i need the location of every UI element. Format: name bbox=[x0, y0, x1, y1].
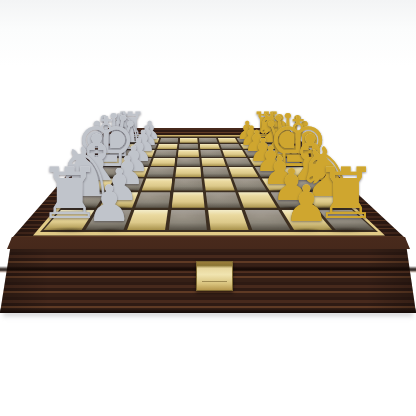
chess-piece-white-pawn[interactable]: ♟ bbox=[84, 178, 134, 231]
product-photo: ♜♟♟♜♞♟♟♞♝♟♟♝♛♟♟♛♚♟♟♚♝♟♟♝♞♟♟♞♜♟♟♜ bbox=[0, 0, 416, 416]
chess-piece-black-rook[interactable]: ♜ bbox=[310, 158, 381, 232]
pieces-layer: ♜♟♟♜♞♟♟♞♝♟♟♝♛♟♟♛♚♟♟♚♝♟♟♝♞♟♟♞♜♟♟♜ bbox=[0, 0, 416, 416]
